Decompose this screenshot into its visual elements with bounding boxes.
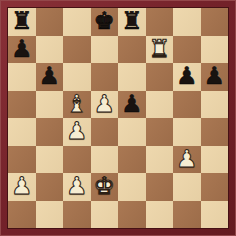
square-g8[interactable]	[173, 8, 201, 36]
square-b7[interactable]	[36, 36, 64, 64]
square-h4[interactable]	[201, 118, 229, 146]
black-pawn-icon[interactable]: ♟	[36, 63, 64, 91]
square-g6[interactable]: ♟	[173, 63, 201, 91]
black-pawn-icon[interactable]: ♟	[201, 63, 229, 91]
square-c6[interactable]	[63, 63, 91, 91]
square-c8[interactable]	[63, 8, 91, 36]
square-a8[interactable]: ♜	[8, 8, 36, 36]
square-g4[interactable]	[173, 118, 201, 146]
black-rook-icon[interactable]: ♜	[118, 8, 146, 36]
square-b3[interactable]	[36, 146, 64, 174]
square-b1[interactable]	[36, 201, 64, 229]
square-g1[interactable]	[173, 201, 201, 229]
square-c4[interactable]: ♟	[63, 118, 91, 146]
white-pawn-icon[interactable]: ♟	[8, 173, 36, 201]
square-c7[interactable]	[63, 36, 91, 64]
square-e5[interactable]: ♟	[118, 91, 146, 119]
square-f6[interactable]	[146, 63, 174, 91]
black-king-icon[interactable]: ♚	[91, 8, 119, 36]
square-e1[interactable]	[118, 201, 146, 229]
square-h6[interactable]: ♟	[201, 63, 229, 91]
square-h1[interactable]	[201, 201, 229, 229]
square-e7[interactable]	[118, 36, 146, 64]
square-e2[interactable]	[118, 173, 146, 201]
square-a2[interactable]: ♟	[8, 173, 36, 201]
square-b6[interactable]: ♟	[36, 63, 64, 91]
white-pawn-icon[interactable]: ♟	[63, 118, 91, 146]
white-pawn-icon[interactable]: ♟	[91, 91, 119, 119]
square-f3[interactable]	[146, 146, 174, 174]
square-c3[interactable]	[63, 146, 91, 174]
square-h7[interactable]	[201, 36, 229, 64]
square-d2[interactable]: ♚	[91, 173, 119, 201]
black-pawn-icon[interactable]: ♟	[118, 91, 146, 119]
square-a6[interactable]	[8, 63, 36, 91]
white-pawn-icon[interactable]: ♟	[173, 146, 201, 174]
white-pawn-icon[interactable]: ♟	[63, 173, 91, 201]
square-f1[interactable]	[146, 201, 174, 229]
black-pawn-icon[interactable]: ♟	[173, 63, 201, 91]
square-d7[interactable]	[91, 36, 119, 64]
square-f2[interactable]	[146, 173, 174, 201]
square-f4[interactable]	[146, 118, 174, 146]
white-bishop-icon[interactable]: ♝	[63, 91, 91, 119]
board-frame: ♜♚♜♟♜♟♟♟♝♟♟♟♟♟♟♚	[0, 0, 236, 236]
square-a5[interactable]	[8, 91, 36, 119]
square-c5[interactable]: ♝	[63, 91, 91, 119]
square-d6[interactable]	[91, 63, 119, 91]
square-g2[interactable]	[173, 173, 201, 201]
square-g7[interactable]	[173, 36, 201, 64]
square-h5[interactable]	[201, 91, 229, 119]
white-king-icon[interactable]: ♚	[91, 173, 119, 201]
square-b4[interactable]	[36, 118, 64, 146]
square-g3[interactable]: ♟	[173, 146, 201, 174]
square-f5[interactable]	[146, 91, 174, 119]
square-h3[interactable]	[201, 146, 229, 174]
square-f7[interactable]: ♜	[146, 36, 174, 64]
white-rook-icon[interactable]: ♜	[146, 36, 174, 64]
square-g5[interactable]	[173, 91, 201, 119]
square-h8[interactable]	[201, 8, 229, 36]
square-e4[interactable]	[118, 118, 146, 146]
square-a4[interactable]	[8, 118, 36, 146]
square-e8[interactable]: ♜	[118, 8, 146, 36]
chess-board[interactable]: ♜♚♜♟♜♟♟♟♝♟♟♟♟♟♟♚	[8, 8, 228, 228]
square-b5[interactable]	[36, 91, 64, 119]
square-a1[interactable]	[8, 201, 36, 229]
square-d1[interactable]	[91, 201, 119, 229]
square-d4[interactable]	[91, 118, 119, 146]
square-a3[interactable]	[8, 146, 36, 174]
square-h2[interactable]	[201, 173, 229, 201]
black-rook-icon[interactable]: ♜	[8, 8, 36, 36]
square-c2[interactable]: ♟	[63, 173, 91, 201]
square-f8[interactable]	[146, 8, 174, 36]
square-a7[interactable]: ♟	[8, 36, 36, 64]
square-d3[interactable]	[91, 146, 119, 174]
square-c1[interactable]	[63, 201, 91, 229]
square-e3[interactable]	[118, 146, 146, 174]
square-b8[interactable]	[36, 8, 64, 36]
square-d5[interactable]: ♟	[91, 91, 119, 119]
square-b2[interactable]	[36, 173, 64, 201]
square-e6[interactable]	[118, 63, 146, 91]
square-d8[interactable]: ♚	[91, 8, 119, 36]
black-pawn-icon[interactable]: ♟	[8, 36, 36, 64]
